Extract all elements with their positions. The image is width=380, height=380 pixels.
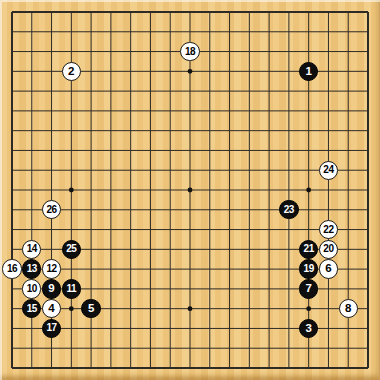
stone-white: 8 xyxy=(339,299,358,318)
stone-number: 4 xyxy=(48,302,54,314)
stone-number: 26 xyxy=(46,204,56,214)
star-point xyxy=(69,188,74,193)
stone-black: 23 xyxy=(279,200,298,219)
star-point xyxy=(188,188,193,193)
stone-number: 5 xyxy=(88,302,94,314)
stone-number: 9 xyxy=(48,283,54,295)
stone-black: 5 xyxy=(81,299,100,318)
star-point xyxy=(188,306,193,311)
stone-black: 9 xyxy=(42,279,61,298)
stone-number: 14 xyxy=(27,244,37,254)
stone-black: 7 xyxy=(299,279,318,298)
stone-number: 15 xyxy=(27,303,37,313)
stone-number: 1 xyxy=(305,65,311,77)
stone-white: 24 xyxy=(319,161,338,180)
stone-white: 6 xyxy=(319,259,338,278)
stone-number: 20 xyxy=(323,244,333,254)
stone-black: 13 xyxy=(22,259,41,278)
stone-number: 12 xyxy=(46,264,56,274)
stone-number: 21 xyxy=(304,244,314,254)
stone-white: 12 xyxy=(42,259,61,278)
stone-black: 25 xyxy=(62,240,81,259)
stone-number: 24 xyxy=(323,165,333,175)
stone-white: 10 xyxy=(22,279,41,298)
stone-number: 13 xyxy=(27,264,37,274)
star-point xyxy=(306,188,311,193)
stone-number: 17 xyxy=(46,323,56,333)
stone-number: 22 xyxy=(323,224,333,234)
stone-white: 16 xyxy=(2,259,21,278)
stone-number: 3 xyxy=(305,322,311,334)
stone-white: 20 xyxy=(319,240,338,259)
stone-number: 19 xyxy=(304,264,314,274)
stone-number: 25 xyxy=(66,244,76,254)
star-point xyxy=(306,306,311,311)
stone-number: 8 xyxy=(345,302,351,314)
stone-number: 6 xyxy=(325,263,331,275)
stone-number: 18 xyxy=(185,46,195,56)
stone-white: 2 xyxy=(62,62,81,81)
stone-number: 2 xyxy=(68,65,74,77)
stone-number: 7 xyxy=(305,283,311,295)
go-board[interactable]: 1234567891011121314151617181920212223242… xyxy=(0,0,380,380)
stone-number: 11 xyxy=(67,283,77,293)
stone-white: 18 xyxy=(180,42,199,61)
stone-number: 10 xyxy=(27,283,37,293)
star-point xyxy=(69,306,74,311)
stone-black: 19 xyxy=(299,259,318,278)
stone-black: 11 xyxy=(62,279,81,298)
star-point xyxy=(188,69,193,74)
stone-number: 23 xyxy=(284,204,294,214)
stone-number: 16 xyxy=(7,264,17,274)
